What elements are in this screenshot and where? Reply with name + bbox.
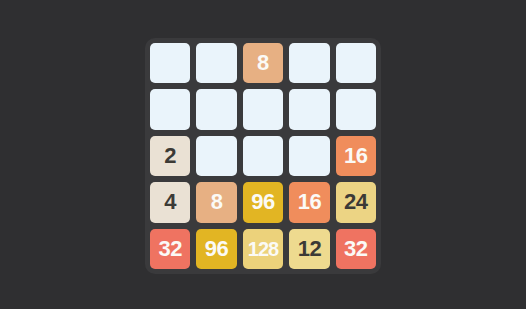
2048-board[interactable]: 82164896162432961281232 — [145, 38, 381, 274]
empty-cell-r3c3 — [243, 136, 283, 176]
tile-16-r4c4: 16 — [289, 182, 329, 222]
empty-cell-r2c2 — [196, 89, 236, 129]
empty-cell-r1c4 — [289, 43, 329, 83]
tile-2-r3c1: 2 — [150, 136, 190, 176]
tile-128-r5c3: 128 — [243, 229, 283, 269]
tile-96-r5c2: 96 — [196, 229, 236, 269]
empty-cell-r2c3 — [243, 89, 283, 129]
tile-8-r4c2: 8 — [196, 182, 236, 222]
empty-cell-r2c1 — [150, 89, 190, 129]
empty-cell-r1c5 — [336, 43, 376, 83]
tile-8-r1c3: 8 — [243, 43, 283, 83]
tile-32-r5c5: 32 — [336, 229, 376, 269]
empty-cell-r2c4 — [289, 89, 329, 129]
tile-24-r4c5: 24 — [336, 182, 376, 222]
tile-16-r3c5: 16 — [336, 136, 376, 176]
tile-4-r4c1: 4 — [150, 182, 190, 222]
empty-cell-r3c4 — [289, 136, 329, 176]
empty-cell-r1c1 — [150, 43, 190, 83]
tile-96-r4c3: 96 — [243, 182, 283, 222]
empty-cell-r1c2 — [196, 43, 236, 83]
empty-cell-r2c5 — [336, 89, 376, 129]
tile-32-r5c1: 32 — [150, 229, 190, 269]
tile-12-r5c4: 12 — [289, 229, 329, 269]
empty-cell-r3c2 — [196, 136, 236, 176]
game-stage: 82164896162432961281232 — [0, 0, 526, 309]
